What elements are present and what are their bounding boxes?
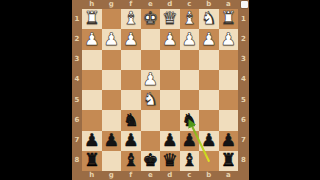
file-label-a: a (219, 0, 239, 9)
rank-label-1: 1 (238, 9, 249, 29)
square-b1[interactable]: ♞ (199, 9, 219, 29)
rank-label-2: 2 (72, 29, 82, 49)
square-e2[interactable] (141, 29, 161, 49)
file-label-g: g (102, 0, 122, 9)
piece-black-pawn-a7[interactable]: ♟ (220, 131, 236, 149)
piece-black-pawn-h7[interactable]: ♟ (84, 131, 100, 149)
file-label-c: c (180, 0, 200, 9)
piece-white-rook-a1[interactable]: ♜ (220, 10, 236, 28)
piece-white-knight-b1[interactable]: ♞ (201, 10, 217, 28)
square-g3[interactable] (102, 50, 122, 70)
file-label-h: h (82, 171, 102, 180)
piece-white-pawn-c2[interactable]: ♟ (181, 30, 197, 48)
square-h7[interactable]: ♟ (82, 131, 102, 151)
square-e1[interactable]: ♚ (141, 9, 161, 29)
square-d8[interactable]: ♛ (160, 151, 180, 171)
square-g8[interactable] (102, 151, 122, 171)
piece-black-pawn-d7[interactable]: ♟ (162, 131, 178, 149)
piece-black-pawn-b7[interactable]: ♟ (201, 131, 217, 149)
square-b2[interactable]: ♟ (199, 29, 219, 49)
piece-black-king-e8[interactable]: ♚ (142, 152, 158, 170)
square-f5[interactable] (121, 90, 141, 110)
file-label-d: d (160, 0, 180, 9)
rank-label-7: 7 (238, 131, 249, 151)
piece-white-pawn-h2[interactable]: ♟ (84, 30, 100, 48)
square-d5[interactable] (160, 90, 180, 110)
square-a7[interactable]: ♟ (219, 131, 239, 151)
piece-black-pawn-g7[interactable]: ♟ (103, 131, 119, 149)
square-g6[interactable] (102, 110, 122, 130)
file-label-f: f (121, 171, 141, 180)
square-d4[interactable] (160, 70, 180, 90)
piece-white-king-e1[interactable]: ♚ (142, 10, 158, 28)
file-label-e: e (141, 0, 161, 9)
piece-black-pawn-f7[interactable]: ♟ (123, 131, 139, 149)
square-g5[interactable] (102, 90, 122, 110)
rank-label-6: 6 (72, 110, 82, 130)
white-to-move-indicator (241, 1, 248, 8)
piece-white-bishop-f1[interactable]: ♝ (123, 10, 139, 28)
square-b8[interactable] (199, 151, 219, 171)
square-f8[interactable]: ♝ (121, 151, 141, 171)
square-g1[interactable] (102, 9, 122, 29)
chess-board: hgfedcba hgfedcba 12345678 12345678 ♜♝♚♛… (72, 0, 249, 180)
rank-label-4: 4 (72, 70, 82, 90)
square-h2[interactable]: ♟ (82, 29, 102, 49)
rank-label-8: 8 (238, 151, 249, 171)
rank-label-3: 3 (72, 50, 82, 70)
piece-black-queen-d8[interactable]: ♛ (162, 152, 178, 170)
square-e6[interactable] (141, 110, 161, 130)
square-e7[interactable] (141, 131, 161, 151)
rank-label-4: 4 (238, 70, 249, 90)
square-h5[interactable] (82, 90, 102, 110)
file-labels-top: hgfedcba (82, 0, 238, 9)
video-frame: hgfedcba hgfedcba 12345678 12345678 ♜♝♚♛… (0, 0, 320, 180)
piece-white-pawn-b2[interactable]: ♟ (201, 30, 217, 48)
piece-black-rook-a8[interactable]: ♜ (220, 152, 236, 170)
square-e8[interactable]: ♚ (141, 151, 161, 171)
file-label-c: c (180, 171, 200, 180)
square-b6[interactable] (199, 110, 219, 130)
square-f4[interactable] (121, 70, 141, 90)
square-d2[interactable]: ♟ (160, 29, 180, 49)
piece-black-knight-c6[interactable]: ♞ (181, 111, 197, 129)
square-a6[interactable] (219, 110, 239, 130)
square-e4[interactable]: ♟ (141, 70, 161, 90)
rank-labels-left: 12345678 (72, 9, 82, 171)
square-d1[interactable]: ♛ (160, 9, 180, 29)
rank-labels-right: 12345678 (238, 9, 249, 171)
square-f1[interactable]: ♝ (121, 9, 141, 29)
piece-white-pawn-d2[interactable]: ♟ (162, 30, 178, 48)
file-label-h: h (82, 0, 102, 9)
square-b4[interactable] (199, 70, 219, 90)
rank-label-7: 7 (72, 131, 82, 151)
piece-white-rook-h1[interactable]: ♜ (84, 10, 100, 28)
square-h6[interactable] (82, 110, 102, 130)
square-e5[interactable]: ♞ (141, 90, 161, 110)
board-squares: ♜♝♚♛♝♞♜♟♟♟♟♟♟♟♟♞♞♞♟♟♟♟♟♟♟♜♝♚♛♝♜ (82, 9, 238, 171)
rank-label-5: 5 (238, 90, 249, 110)
rank-label-1: 1 (72, 9, 82, 29)
square-d7[interactable]: ♟ (160, 131, 180, 151)
file-label-a: a (219, 171, 239, 180)
square-h1[interactable]: ♜ (82, 9, 102, 29)
square-a2[interactable]: ♟ (219, 29, 239, 49)
piece-white-pawn-a2[interactable]: ♟ (220, 30, 236, 48)
square-c8[interactable]: ♝ (180, 151, 200, 171)
piece-black-pawn-c7[interactable]: ♟ (181, 131, 197, 149)
file-label-d: d (160, 171, 180, 180)
rank-label-5: 5 (72, 90, 82, 110)
square-g4[interactable] (102, 70, 122, 90)
piece-white-bishop-c1[interactable]: ♝ (181, 10, 197, 28)
rank-label-3: 3 (238, 50, 249, 70)
file-label-b: b (199, 0, 219, 9)
piece-black-bishop-f8[interactable]: ♝ (123, 152, 139, 170)
file-labels-bottom: hgfedcba (82, 171, 238, 180)
piece-black-knight-f6[interactable]: ♞ (123, 111, 139, 129)
square-h3[interactable] (82, 50, 102, 70)
square-a3[interactable] (219, 50, 239, 70)
square-f3[interactable] (121, 50, 141, 70)
square-h4[interactable] (82, 70, 102, 90)
square-h8[interactable]: ♜ (82, 151, 102, 171)
square-c3[interactable] (180, 50, 200, 70)
piece-white-queen-d1[interactable]: ♛ (162, 10, 178, 28)
file-label-g: g (102, 171, 122, 180)
square-a1[interactable]: ♜ (219, 9, 239, 29)
file-label-e: e (141, 171, 161, 180)
square-c5[interactable] (180, 90, 200, 110)
square-f2[interactable]: ♟ (121, 29, 141, 49)
square-a8[interactable]: ♜ (219, 151, 239, 171)
square-f7[interactable]: ♟ (121, 131, 141, 151)
piece-white-pawn-f2[interactable]: ♟ (123, 30, 139, 48)
square-b7[interactable]: ♟ (199, 131, 219, 151)
square-d3[interactable] (160, 50, 180, 70)
square-d6[interactable] (160, 110, 180, 130)
square-c4[interactable] (180, 70, 200, 90)
square-c6[interactable]: ♞ (180, 110, 200, 130)
square-c1[interactable]: ♝ (180, 9, 200, 29)
square-g2[interactable]: ♟ (102, 29, 122, 49)
square-b3[interactable] (199, 50, 219, 70)
square-b5[interactable] (199, 90, 219, 110)
letterbox-left (0, 0, 72, 180)
piece-black-rook-h8[interactable]: ♜ (84, 152, 100, 170)
file-label-b: b (199, 171, 219, 180)
piece-black-bishop-c8[interactable]: ♝ (181, 152, 197, 170)
square-a4[interactable] (219, 70, 239, 90)
square-f6[interactable]: ♞ (121, 110, 141, 130)
rank-label-8: 8 (72, 151, 82, 171)
square-e3[interactable] (141, 50, 161, 70)
square-c7[interactable]: ♟ (180, 131, 200, 151)
square-g7[interactable]: ♟ (102, 131, 122, 151)
piece-white-knight-e5[interactable]: ♞ (142, 91, 158, 109)
square-c2[interactable]: ♟ (180, 29, 200, 49)
piece-white-pawn-g2[interactable]: ♟ (103, 30, 119, 48)
square-a5[interactable] (219, 90, 239, 110)
rank-label-6: 6 (238, 110, 249, 130)
letterbox-right (249, 0, 320, 180)
rank-label-2: 2 (238, 29, 249, 49)
piece-white-pawn-e4[interactable]: ♟ (142, 71, 158, 89)
file-label-f: f (121, 0, 141, 9)
